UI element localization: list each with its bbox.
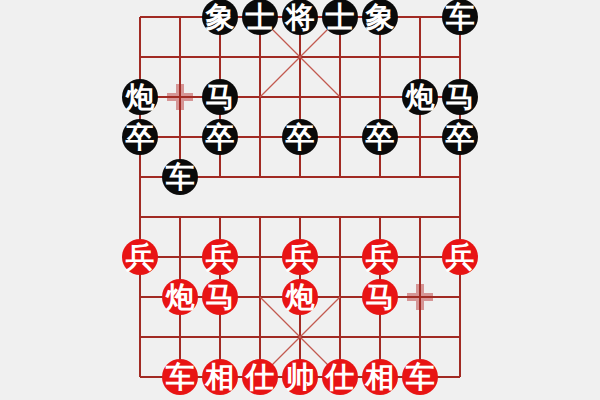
- marker-corner: [181, 84, 193, 96]
- red-pawn[interactable]: 兵: [442, 239, 478, 275]
- black-cannon[interactable]: 炮: [122, 79, 158, 115]
- marker-corner: [167, 84, 179, 96]
- black-pawn[interactable]: 卒: [442, 119, 478, 155]
- red-elephant[interactable]: 相: [202, 359, 238, 395]
- black-chariot[interactable]: 车: [162, 159, 198, 195]
- red-pawn[interactable]: 兵: [122, 239, 158, 275]
- red-cannon[interactable]: 炮: [162, 279, 198, 315]
- red-chariot[interactable]: 车: [162, 359, 198, 395]
- black-pawn[interactable]: 卒: [282, 119, 318, 155]
- black-pawn[interactable]: 卒: [122, 119, 158, 155]
- black-elephant[interactable]: 象: [362, 0, 398, 35]
- black-elephant[interactable]: 象: [202, 0, 238, 35]
- xiangqi-board: 象士将士象车炮马炮马卒卒卒卒卒车兵兵兵兵兵炮马炮马车相仕帅仕相车: [0, 0, 600, 400]
- red-advisor[interactable]: 仕: [322, 359, 358, 395]
- point-marker: [405, 282, 435, 312]
- black-advisor[interactable]: 士: [242, 0, 278, 35]
- red-advisor[interactable]: 仕: [242, 359, 278, 395]
- marker-corner: [421, 298, 433, 310]
- black-general[interactable]: 将: [282, 0, 318, 35]
- point-marker: [165, 82, 195, 112]
- marker-corner: [181, 98, 193, 110]
- black-horse[interactable]: 马: [202, 79, 238, 115]
- marker-corner: [167, 98, 179, 110]
- black-chariot[interactable]: 车: [442, 0, 478, 35]
- board-grid-lines: [0, 0, 600, 400]
- marker-corner: [407, 298, 419, 310]
- red-general[interactable]: 帅: [282, 359, 318, 395]
- red-pawn[interactable]: 兵: [282, 239, 318, 275]
- marker-corner: [407, 284, 419, 296]
- red-chariot[interactable]: 车: [402, 359, 438, 395]
- black-horse[interactable]: 马: [442, 79, 478, 115]
- red-horse[interactable]: 马: [362, 279, 398, 315]
- red-horse[interactable]: 马: [202, 279, 238, 315]
- red-elephant[interactable]: 相: [362, 359, 398, 395]
- black-pawn[interactable]: 卒: [202, 119, 238, 155]
- black-cannon[interactable]: 炮: [402, 79, 438, 115]
- red-cannon[interactable]: 炮: [282, 279, 318, 315]
- black-advisor[interactable]: 士: [322, 0, 358, 35]
- marker-corner: [421, 284, 433, 296]
- red-pawn[interactable]: 兵: [362, 239, 398, 275]
- red-pawn[interactable]: 兵: [202, 239, 238, 275]
- black-pawn[interactable]: 卒: [362, 119, 398, 155]
